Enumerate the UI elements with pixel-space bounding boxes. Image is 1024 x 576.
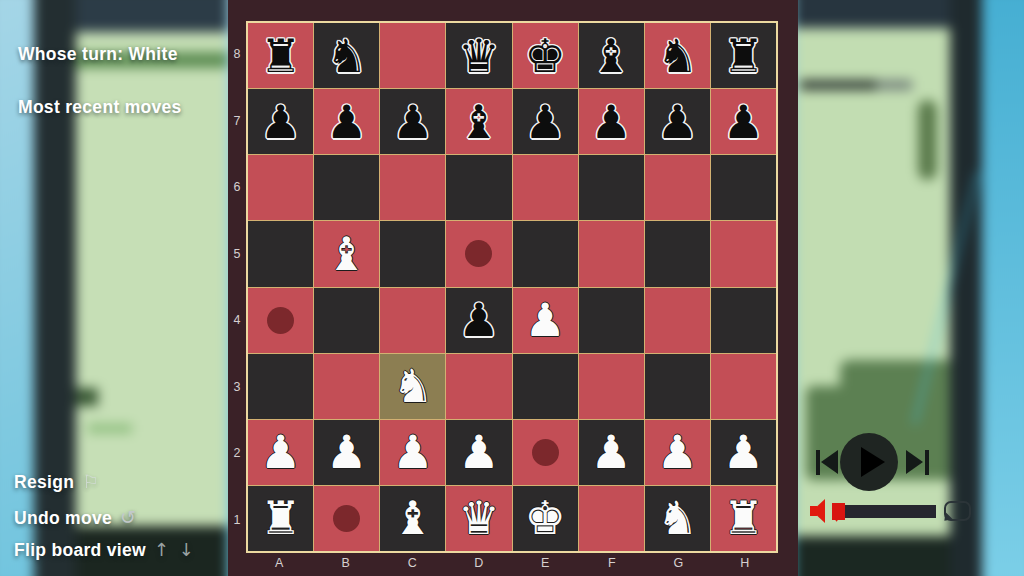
- flip-board-button[interactable]: Flip board view↑ ↓: [14, 539, 196, 561]
- square-d2[interactable]: ♟: [446, 420, 511, 485]
- square-d8[interactable]: ♛: [446, 23, 511, 88]
- rank-label-2: 2: [228, 420, 246, 487]
- square-e6[interactable]: [513, 155, 578, 220]
- piece-white-pawn[interactable]: ♟: [260, 422, 301, 482]
- piece-black-pawn[interactable]: ♟: [260, 92, 301, 152]
- undo-label: Undo move: [14, 508, 112, 528]
- piece-white-pawn[interactable]: ♟: [392, 422, 433, 482]
- piece-white-pawn[interactable]: ♟: [723, 422, 764, 482]
- square-g5[interactable]: [645, 221, 710, 286]
- chess-board-frame: 87654321 ♜♞♛♚♝♞♜♟♟♟♝♟♟♟♟♝♟♟♞♟♟♟♟♟♟♟♜♝♛♚♞…: [228, 0, 798, 576]
- turn-indicator: Whose turn: White: [18, 44, 178, 65]
- square-b8[interactable]: ♞: [314, 23, 379, 88]
- square-g8[interactable]: ♞: [645, 23, 710, 88]
- chess-board[interactable]: ♜♞♛♚♝♞♜♟♟♟♝♟♟♟♟♝♟♟♞♟♟♟♟♟♟♟♜♝♛♚♞♜: [246, 21, 778, 553]
- square-f3[interactable]: [579, 354, 644, 419]
- square-b1[interactable]: [314, 486, 379, 551]
- flag-icon: ⚐: [82, 471, 98, 492]
- square-a7[interactable]: ♟: [248, 89, 313, 154]
- square-h2[interactable]: ♟: [711, 420, 776, 485]
- square-g3[interactable]: [645, 354, 710, 419]
- square-c6[interactable]: [380, 155, 445, 220]
- rank-label-7: 7: [228, 88, 246, 155]
- chess-app-window: Whose turn: White Most recent moves Resi…: [0, 0, 1024, 576]
- square-e7[interactable]: ♟: [513, 89, 578, 154]
- square-f7[interactable]: ♟: [579, 89, 644, 154]
- square-g4[interactable]: [645, 288, 710, 353]
- piece-black-knight[interactable]: ♞: [326, 26, 367, 86]
- piece-white-pawn[interactable]: ♟: [591, 422, 632, 482]
- piece-black-queen[interactable]: ♛: [458, 26, 499, 86]
- volume-slider[interactable]: [833, 505, 936, 518]
- square-h8[interactable]: ♜: [711, 23, 776, 88]
- piece-white-rook[interactable]: ♜: [723, 488, 764, 548]
- rank-label-5: 5: [228, 221, 246, 288]
- skip-forward-icon: [906, 450, 923, 474]
- square-f6[interactable]: [579, 155, 644, 220]
- repeat-icon[interactable]: [944, 501, 971, 521]
- file-label-h: H: [712, 553, 779, 573]
- square-h1[interactable]: ♜: [711, 486, 776, 551]
- square-c8[interactable]: [380, 23, 445, 88]
- square-a8[interactable]: ♜: [248, 23, 313, 88]
- square-e2[interactable]: [513, 420, 578, 485]
- square-a4[interactable]: [248, 288, 313, 353]
- piece-black-pawn[interactable]: ♟: [723, 92, 764, 152]
- square-f4[interactable]: [579, 288, 644, 353]
- square-e8[interactable]: ♚: [513, 23, 578, 88]
- piece-black-pawn[interactable]: ♟: [657, 92, 698, 152]
- file-label-a: A: [246, 553, 313, 573]
- file-label-b: B: [313, 553, 380, 573]
- skip-to-end-button[interactable]: [906, 450, 930, 475]
- square-d6[interactable]: [446, 155, 511, 220]
- square-d5[interactable]: [446, 221, 511, 286]
- square-c7[interactable]: ♟: [380, 89, 445, 154]
- square-b2[interactable]: ♟: [314, 420, 379, 485]
- square-e3[interactable]: [513, 354, 578, 419]
- square-d1[interactable]: ♛: [446, 486, 511, 551]
- square-a2[interactable]: ♟: [248, 420, 313, 485]
- piece-white-pawn[interactable]: ♟: [326, 422, 367, 482]
- square-h6[interactable]: [711, 155, 776, 220]
- piece-white-king[interactable]: ♚: [524, 488, 565, 548]
- piece-white-knight[interactable]: ♞: [657, 488, 698, 548]
- square-g7[interactable]: ♟: [645, 89, 710, 154]
- undo-icon: ↺: [120, 506, 136, 528]
- square-c5[interactable]: [380, 221, 445, 286]
- piece-black-bishop[interactable]: ♝: [591, 26, 632, 86]
- square-f2[interactable]: ♟: [579, 420, 644, 485]
- square-f1[interactable]: [579, 486, 644, 551]
- piece-white-queen[interactable]: ♛: [458, 488, 499, 548]
- piece-black-rook[interactable]: ♜: [260, 26, 301, 86]
- square-e1[interactable]: ♚: [513, 486, 578, 551]
- square-b3[interactable]: [314, 354, 379, 419]
- square-f8[interactable]: ♝: [579, 23, 644, 88]
- rank-label-8: 8: [228, 21, 246, 88]
- piece-black-pawn[interactable]: ♟: [458, 290, 499, 350]
- piece-white-knight[interactable]: ♞: [392, 356, 433, 416]
- square-a5[interactable]: [248, 221, 313, 286]
- rank-label-1: 1: [228, 487, 246, 554]
- move-hint-dot[interactable]: [465, 240, 492, 267]
- recent-moves-heading: Most recent moves: [18, 97, 182, 118]
- piece-white-pawn[interactable]: ♟: [524, 290, 565, 350]
- square-b7[interactable]: ♟: [314, 89, 379, 154]
- square-g6[interactable]: [645, 155, 710, 220]
- square-g2[interactable]: ♟: [645, 420, 710, 485]
- resign-label: Resign: [14, 472, 74, 492]
- piece-black-pawn[interactable]: ♟: [524, 92, 565, 152]
- rank-label-3: 3: [228, 354, 246, 421]
- square-h3[interactable]: [711, 354, 776, 419]
- file-label-f: F: [579, 553, 646, 573]
- rank-labels: 87654321: [228, 21, 246, 553]
- move-hint-dot[interactable]: [267, 307, 294, 334]
- rank-label-6: 6: [228, 154, 246, 221]
- square-c3[interactable]: ♞: [380, 354, 445, 419]
- resign-button[interactable]: Resign⚐: [14, 471, 99, 493]
- square-h4[interactable]: [711, 288, 776, 353]
- square-a3[interactable]: [248, 354, 313, 419]
- flip-label: Flip board view: [14, 540, 146, 560]
- move-hint-dot[interactable]: [333, 505, 360, 532]
- square-b6[interactable]: [314, 155, 379, 220]
- piece-black-rook[interactable]: ♜: [723, 26, 764, 86]
- piece-white-pawn[interactable]: ♟: [657, 422, 698, 482]
- play-icon: [861, 447, 885, 477]
- square-h7[interactable]: ♟: [711, 89, 776, 154]
- piece-black-bishop[interactable]: ♝: [458, 92, 499, 152]
- move-hint-dot[interactable]: [532, 439, 559, 466]
- square-h5[interactable]: [711, 221, 776, 286]
- square-b5[interactable]: ♝: [314, 221, 379, 286]
- square-e5[interactable]: [513, 221, 578, 286]
- rank-label-4: 4: [228, 287, 246, 354]
- file-label-c: C: [379, 553, 446, 573]
- square-f5[interactable]: [579, 221, 644, 286]
- square-d4[interactable]: ♟: [446, 288, 511, 353]
- piece-black-pawn[interactable]: ♟: [392, 92, 433, 152]
- square-g1[interactable]: ♞: [645, 486, 710, 551]
- skip-back-icon: [821, 450, 838, 474]
- file-labels: ABCDEFGH: [246, 553, 778, 573]
- piece-white-pawn[interactable]: ♟: [458, 422, 499, 482]
- square-d7[interactable]: ♝: [446, 89, 511, 154]
- piece-white-rook[interactable]: ♜: [260, 488, 301, 548]
- file-label-g: G: [645, 553, 712, 573]
- piece-black-pawn[interactable]: ♟: [326, 92, 367, 152]
- file-label-d: D: [446, 553, 513, 573]
- square-c4[interactable]: [380, 288, 445, 353]
- piece-black-king[interactable]: ♚: [524, 26, 565, 86]
- square-a6[interactable]: [248, 155, 313, 220]
- square-e4[interactable]: ♟: [513, 288, 578, 353]
- piece-black-knight[interactable]: ♞: [657, 26, 698, 86]
- square-b4[interactable]: [314, 288, 379, 353]
- square-a1[interactable]: ♜: [248, 486, 313, 551]
- undo-move-button[interactable]: Undo move↺: [14, 506, 136, 529]
- square-c1[interactable]: ♝: [380, 486, 445, 551]
- piece-white-bishop[interactable]: ♝: [392, 488, 433, 548]
- play-button[interactable]: [840, 433, 898, 491]
- piece-black-pawn[interactable]: ♟: [591, 92, 632, 152]
- square-c2[interactable]: ♟: [380, 420, 445, 485]
- flip-arrows-icon: ↑ ↓: [154, 539, 196, 560]
- volume-slider-handle[interactable]: [832, 503, 845, 520]
- square-d3[interactable]: [446, 354, 511, 419]
- piece-white-bishop[interactable]: ♝: [326, 224, 367, 284]
- file-label-e: E: [512, 553, 579, 573]
- skip-to-start-button[interactable]: [816, 450, 840, 475]
